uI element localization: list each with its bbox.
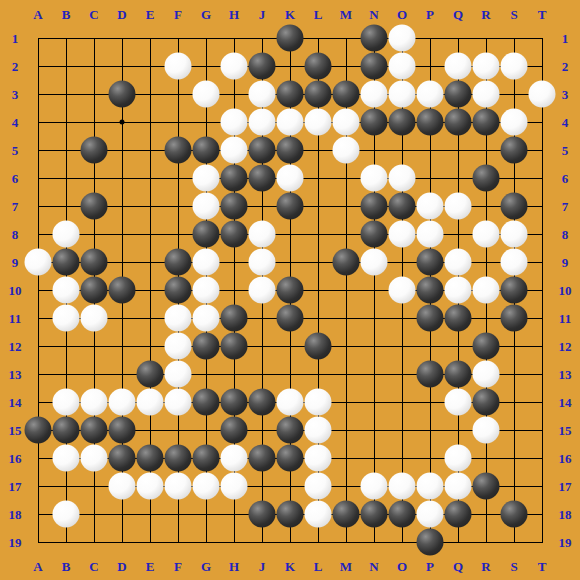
black-stone[interactable] — [193, 137, 220, 164]
column-label-top: D — [117, 8, 126, 21]
black-stone[interactable] — [221, 165, 248, 192]
black-stone[interactable] — [473, 389, 500, 416]
column-label-top: S — [510, 8, 517, 21]
white-stone[interactable] — [221, 53, 248, 80]
black-stone[interactable] — [445, 305, 472, 332]
black-stone[interactable] — [389, 193, 416, 220]
column-label-bottom: D — [117, 560, 126, 573]
column-label-top: G — [201, 8, 211, 21]
white-stone[interactable] — [473, 277, 500, 304]
row-label-right: 19 — [559, 536, 572, 549]
row-label-right: 6 — [562, 172, 569, 185]
black-stone[interactable] — [53, 417, 80, 444]
black-stone[interactable] — [277, 501, 304, 528]
black-stone[interactable] — [81, 277, 108, 304]
row-label-right: 12 — [559, 340, 572, 353]
black-stone[interactable] — [249, 501, 276, 528]
white-stone[interactable] — [109, 473, 136, 500]
row-label-right: 14 — [559, 396, 572, 409]
black-stone[interactable] — [305, 81, 332, 108]
black-stone[interactable] — [81, 193, 108, 220]
hoshi-point — [120, 120, 125, 125]
black-stone[interactable] — [53, 249, 80, 276]
white-stone[interactable] — [305, 109, 332, 136]
black-stone[interactable] — [445, 81, 472, 108]
black-stone[interactable] — [361, 25, 388, 52]
black-stone[interactable] — [221, 389, 248, 416]
black-stone[interactable] — [333, 501, 360, 528]
black-stone[interactable] — [277, 193, 304, 220]
column-label-bottom: H — [229, 560, 239, 573]
column-label-top: Q — [453, 8, 463, 21]
white-stone[interactable] — [53, 277, 80, 304]
white-stone[interactable] — [305, 389, 332, 416]
black-stone[interactable] — [501, 501, 528, 528]
row-label-right: 7 — [562, 200, 569, 213]
column-label-top: E — [146, 8, 155, 21]
white-stone[interactable] — [473, 81, 500, 108]
column-label-bottom: O — [397, 560, 407, 573]
white-stone[interactable] — [249, 81, 276, 108]
white-stone[interactable] — [389, 277, 416, 304]
white-stone[interactable] — [137, 473, 164, 500]
white-stone[interactable] — [445, 389, 472, 416]
white-stone[interactable] — [53, 305, 80, 332]
row-label-left: 5 — [12, 144, 19, 157]
white-stone[interactable] — [221, 473, 248, 500]
row-label-right: 8 — [562, 228, 569, 241]
white-stone[interactable] — [417, 81, 444, 108]
column-label-bottom: M — [340, 560, 352, 573]
column-label-top: H — [229, 8, 239, 21]
column-label-top: A — [33, 8, 42, 21]
white-stone[interactable] — [277, 389, 304, 416]
white-stone[interactable] — [361, 165, 388, 192]
white-stone[interactable] — [389, 221, 416, 248]
row-label-left: 9 — [12, 256, 19, 269]
white-stone[interactable] — [221, 109, 248, 136]
black-stone[interactable] — [165, 137, 192, 164]
white-stone[interactable] — [305, 473, 332, 500]
white-stone[interactable] — [165, 361, 192, 388]
white-stone[interactable] — [249, 249, 276, 276]
white-stone[interactable] — [165, 333, 192, 360]
row-label-left: 8 — [12, 228, 19, 241]
column-label-top: J — [259, 8, 266, 21]
white-stone[interactable] — [473, 417, 500, 444]
black-stone[interactable] — [193, 389, 220, 416]
row-label-right: 9 — [562, 256, 569, 269]
row-label-right: 11 — [559, 312, 571, 325]
black-stone[interactable] — [277, 305, 304, 332]
black-stone[interactable] — [501, 305, 528, 332]
column-label-bottom: N — [369, 560, 378, 573]
row-label-right: 15 — [559, 424, 572, 437]
white-stone[interactable] — [193, 193, 220, 220]
column-label-bottom: S — [510, 560, 517, 573]
black-stone[interactable] — [389, 109, 416, 136]
white-stone[interactable] — [473, 361, 500, 388]
white-stone[interactable] — [165, 305, 192, 332]
black-stone[interactable] — [109, 417, 136, 444]
white-stone[interactable] — [193, 81, 220, 108]
white-stone[interactable] — [165, 53, 192, 80]
column-label-bottom: E — [146, 560, 155, 573]
row-label-left: 2 — [12, 60, 19, 73]
white-stone[interactable] — [417, 193, 444, 220]
black-stone[interactable] — [417, 109, 444, 136]
black-stone[interactable] — [221, 333, 248, 360]
black-stone[interactable] — [249, 165, 276, 192]
column-label-top: L — [314, 8, 323, 21]
row-label-right: 2 — [562, 60, 569, 73]
row-label-left: 11 — [9, 312, 21, 325]
black-stone[interactable] — [221, 193, 248, 220]
black-stone[interactable] — [81, 417, 108, 444]
white-stone[interactable] — [389, 25, 416, 52]
black-stone[interactable] — [249, 389, 276, 416]
row-label-right: 16 — [559, 452, 572, 465]
row-label-right: 13 — [559, 368, 572, 381]
white-stone[interactable] — [25, 249, 52, 276]
row-label-left: 7 — [12, 200, 19, 213]
black-stone[interactable] — [193, 221, 220, 248]
black-stone[interactable] — [277, 81, 304, 108]
black-stone[interactable] — [277, 137, 304, 164]
white-stone[interactable] — [501, 221, 528, 248]
black-stone[interactable] — [501, 277, 528, 304]
white-stone[interactable] — [249, 109, 276, 136]
black-stone[interactable] — [361, 501, 388, 528]
row-label-right: 5 — [562, 144, 569, 157]
black-stone[interactable] — [109, 277, 136, 304]
row-label-left: 15 — [9, 424, 22, 437]
white-stone[interactable] — [417, 473, 444, 500]
black-stone[interactable] — [249, 445, 276, 472]
black-stone[interactable] — [473, 165, 500, 192]
white-stone[interactable] — [53, 501, 80, 528]
white-stone[interactable] — [277, 109, 304, 136]
white-stone[interactable] — [529, 81, 556, 108]
white-stone[interactable] — [81, 389, 108, 416]
grid-line-horizontal — [38, 542, 543, 543]
black-stone[interactable] — [361, 193, 388, 220]
row-label-right: 4 — [562, 116, 569, 129]
row-label-left: 4 — [12, 116, 19, 129]
black-stone[interactable] — [417, 529, 444, 556]
row-label-left: 13 — [9, 368, 22, 381]
column-label-bottom: Q — [453, 560, 463, 573]
column-label-bottom: J — [259, 560, 266, 573]
column-label-top: K — [285, 8, 295, 21]
black-stone[interactable] — [473, 109, 500, 136]
row-label-right: 3 — [562, 88, 569, 101]
black-stone[interactable] — [501, 193, 528, 220]
black-stone[interactable] — [473, 333, 500, 360]
white-stone[interactable] — [501, 249, 528, 276]
column-label-bottom: P — [426, 560, 434, 573]
white-stone[interactable] — [193, 305, 220, 332]
white-stone[interactable] — [333, 137, 360, 164]
white-stone[interactable] — [109, 389, 136, 416]
column-label-top: N — [369, 8, 378, 21]
column-label-top: R — [481, 8, 490, 21]
black-stone[interactable] — [81, 249, 108, 276]
white-stone[interactable] — [53, 221, 80, 248]
white-stone[interactable] — [193, 473, 220, 500]
column-label-bottom: R — [481, 560, 490, 573]
black-stone[interactable] — [81, 137, 108, 164]
black-stone[interactable] — [473, 473, 500, 500]
column-label-top: F — [174, 8, 182, 21]
white-stone[interactable] — [249, 277, 276, 304]
row-label-left: 19 — [9, 536, 22, 549]
row-label-right: 18 — [559, 508, 572, 521]
row-label-right: 1 — [562, 32, 569, 45]
black-stone[interactable] — [417, 361, 444, 388]
black-stone[interactable] — [193, 445, 220, 472]
black-stone[interactable] — [417, 277, 444, 304]
row-label-left: 12 — [9, 340, 22, 353]
black-stone[interactable] — [361, 221, 388, 248]
black-stone[interactable] — [165, 249, 192, 276]
black-stone[interactable] — [277, 277, 304, 304]
column-label-bottom: B — [62, 560, 71, 573]
white-stone[interactable] — [473, 53, 500, 80]
black-stone[interactable] — [277, 25, 304, 52]
row-label-left: 14 — [9, 396, 22, 409]
black-stone[interactable] — [361, 53, 388, 80]
column-label-top: T — [538, 8, 547, 21]
row-label-left: 18 — [9, 508, 22, 521]
white-stone[interactable] — [221, 137, 248, 164]
black-stone[interactable] — [305, 53, 332, 80]
black-stone[interactable] — [445, 361, 472, 388]
black-stone[interactable] — [165, 277, 192, 304]
black-stone[interactable] — [193, 333, 220, 360]
black-stone[interactable] — [445, 501, 472, 528]
white-stone[interactable] — [53, 389, 80, 416]
black-stone[interactable] — [109, 81, 136, 108]
column-label-bottom: L — [314, 560, 323, 573]
black-stone[interactable] — [137, 361, 164, 388]
white-stone[interactable] — [445, 277, 472, 304]
white-stone[interactable] — [193, 277, 220, 304]
white-stone[interactable] — [305, 417, 332, 444]
white-stone[interactable] — [249, 221, 276, 248]
column-label-bottom: K — [285, 560, 295, 573]
row-label-left: 10 — [9, 284, 22, 297]
white-stone[interactable] — [417, 501, 444, 528]
row-label-left: 3 — [12, 88, 19, 101]
white-stone[interactable] — [193, 249, 220, 276]
white-stone[interactable] — [361, 81, 388, 108]
column-label-top: P — [426, 8, 434, 21]
black-stone[interactable] — [333, 81, 360, 108]
white-stone[interactable] — [361, 249, 388, 276]
black-stone[interactable] — [333, 249, 360, 276]
black-stone[interactable] — [25, 417, 52, 444]
white-stone[interactable] — [277, 165, 304, 192]
black-stone[interactable] — [221, 221, 248, 248]
black-stone[interactable] — [221, 305, 248, 332]
column-label-bottom: G — [201, 560, 211, 573]
column-label-bottom: A — [33, 560, 42, 573]
white-stone[interactable] — [389, 81, 416, 108]
black-stone[interactable] — [137, 445, 164, 472]
column-label-bottom: T — [538, 560, 547, 573]
white-stone[interactable] — [165, 389, 192, 416]
black-stone[interactable] — [249, 137, 276, 164]
white-stone[interactable] — [501, 53, 528, 80]
white-stone[interactable] — [389, 53, 416, 80]
row-label-left: 1 — [12, 32, 19, 45]
row-label-left: 6 — [12, 172, 19, 185]
white-stone[interactable] — [445, 249, 472, 276]
column-label-top: O — [397, 8, 407, 21]
black-stone[interactable] — [221, 417, 248, 444]
white-stone[interactable] — [445, 193, 472, 220]
black-stone[interactable] — [417, 249, 444, 276]
white-stone[interactable] — [165, 473, 192, 500]
column-label-bottom: F — [174, 560, 182, 573]
row-label-right: 10 — [559, 284, 572, 297]
white-stone[interactable] — [137, 389, 164, 416]
black-stone[interactable] — [417, 305, 444, 332]
black-stone[interactable] — [389, 501, 416, 528]
column-label-top: B — [62, 8, 71, 21]
white-stone[interactable] — [473, 221, 500, 248]
white-stone[interactable] — [53, 445, 80, 472]
white-stone[interactable] — [445, 445, 472, 472]
white-stone[interactable] — [501, 109, 528, 136]
white-stone[interactable] — [389, 473, 416, 500]
row-label-left: 17 — [9, 480, 22, 493]
black-stone[interactable] — [277, 445, 304, 472]
black-stone[interactable] — [361, 109, 388, 136]
grid-line-horizontal — [38, 346, 543, 347]
column-label-top: M — [340, 8, 352, 21]
black-stone[interactable] — [249, 53, 276, 80]
white-stone[interactable] — [221, 445, 248, 472]
row-label-left: 16 — [9, 452, 22, 465]
white-stone[interactable] — [361, 473, 388, 500]
white-stone[interactable] — [417, 221, 444, 248]
white-stone[interactable] — [445, 473, 472, 500]
black-stone[interactable] — [109, 445, 136, 472]
white-stone[interactable] — [389, 165, 416, 192]
white-stone[interactable] — [305, 501, 332, 528]
white-stone[interactable] — [193, 165, 220, 192]
white-stone[interactable] — [445, 53, 472, 80]
black-stone[interactable] — [501, 137, 528, 164]
white-stone[interactable] — [305, 445, 332, 472]
column-label-top: C — [89, 8, 98, 21]
grid-line-vertical — [542, 38, 543, 543]
row-label-right: 17 — [559, 480, 572, 493]
black-stone[interactable] — [277, 417, 304, 444]
white-stone[interactable] — [81, 445, 108, 472]
black-stone[interactable] — [165, 445, 192, 472]
go-board[interactable]: AABBCCDDEEFFGGHHJJKKLLMMNNOOPPQQRRSSTT11… — [0, 0, 580, 580]
black-stone[interactable] — [445, 109, 472, 136]
column-label-bottom: C — [89, 560, 98, 573]
white-stone[interactable] — [81, 305, 108, 332]
black-stone[interactable] — [305, 333, 332, 360]
white-stone[interactable] — [333, 109, 360, 136]
